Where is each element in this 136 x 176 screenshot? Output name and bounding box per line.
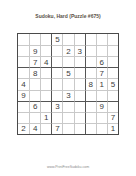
cell-r3c8: 6 <box>96 56 107 67</box>
cell-r7c9 <box>107 101 118 112</box>
cell-r9c4: 7 <box>51 123 62 134</box>
cell-r2c5: 2 <box>62 45 73 56</box>
cell-r7c6 <box>74 101 85 112</box>
cell-r6c3 <box>40 90 51 101</box>
cell-r6c2 <box>29 90 40 101</box>
cell-r4c3 <box>40 67 51 78</box>
cell-r5c3 <box>40 78 51 89</box>
cell-r5c5 <box>62 78 73 89</box>
cell-r8c7 <box>85 112 96 123</box>
cell-r7c4: 3 <box>51 101 62 112</box>
cell-r7c7 <box>85 101 96 112</box>
sudoku-board: 5923746857481593639172471 <box>17 33 119 135</box>
cell-r9c9: 1 <box>107 123 118 134</box>
cell-r8c8 <box>96 112 107 123</box>
cell-r5c8: 1 <box>96 78 107 89</box>
cell-r4c6 <box>74 67 85 78</box>
cell-r7c1 <box>18 101 29 112</box>
cell-r9c3 <box>40 123 51 134</box>
cell-r1c3 <box>40 34 51 45</box>
cell-r8c6 <box>74 112 85 123</box>
cell-r5c9: 5 <box>107 78 118 89</box>
cell-r5c7: 8 <box>85 78 96 89</box>
cell-r2c8 <box>96 45 107 56</box>
cell-r2c9 <box>107 45 118 56</box>
cell-r8c4 <box>51 112 62 123</box>
cell-r7c8: 9 <box>96 101 107 112</box>
cell-r2c1 <box>18 45 29 56</box>
cell-r6c4 <box>51 90 62 101</box>
cell-r5c1: 4 <box>18 78 29 89</box>
cell-r3c3: 4 <box>40 56 51 67</box>
cell-r2c7 <box>85 45 96 56</box>
cell-r8c9: 7 <box>107 112 118 123</box>
cell-r2c3 <box>40 45 51 56</box>
cell-r3c6 <box>74 56 85 67</box>
sudoku-page: Sudoku, Hard (Puzzle #675) 5923746857481… <box>0 0 136 176</box>
cell-r4c1 <box>18 67 29 78</box>
cell-r3c2: 7 <box>29 56 40 67</box>
cell-r1c6 <box>74 34 85 45</box>
cell-r5c4 <box>51 78 62 89</box>
cell-r8c1 <box>18 112 29 123</box>
cell-r6c6 <box>74 90 85 101</box>
cell-r4c4 <box>51 67 62 78</box>
cell-r1c2 <box>29 34 40 45</box>
cell-r2c2: 9 <box>29 45 40 56</box>
cell-r1c5 <box>62 34 73 45</box>
cell-r6c8 <box>96 90 107 101</box>
cell-r4c7 <box>85 67 96 78</box>
cell-r3c9 <box>107 56 118 67</box>
cell-r1c1 <box>18 34 29 45</box>
cell-r6c7 <box>85 90 96 101</box>
cell-r1c7 <box>85 34 96 45</box>
cell-r3c7 <box>85 56 96 67</box>
cell-r9c7 <box>85 123 96 134</box>
cell-r5c2 <box>29 78 40 89</box>
cell-r1c8 <box>96 34 107 45</box>
cell-r9c8 <box>96 123 107 134</box>
footer-url: www.PrintFreeSudoku.com <box>0 165 136 169</box>
cell-r1c9 <box>107 34 118 45</box>
cell-r6c9 <box>107 90 118 101</box>
cell-r1c4: 5 <box>51 34 62 45</box>
cell-r9c5 <box>62 123 73 134</box>
cell-r4c9 <box>107 67 118 78</box>
cell-r4c2: 8 <box>29 67 40 78</box>
cell-r9c2: 4 <box>29 123 40 134</box>
cell-r4c5: 5 <box>62 67 73 78</box>
cell-r7c2: 6 <box>29 101 40 112</box>
cell-r3c5 <box>62 56 73 67</box>
cell-r8c2 <box>29 112 40 123</box>
cell-r6c5: 3 <box>62 90 73 101</box>
cell-r2c6: 3 <box>74 45 85 56</box>
cell-r6c1: 9 <box>18 90 29 101</box>
cell-r8c5 <box>62 112 73 123</box>
cell-r8c3: 1 <box>40 112 51 123</box>
cell-r4c8: 7 <box>96 67 107 78</box>
cell-r3c4 <box>51 56 62 67</box>
cell-r3c1 <box>18 56 29 67</box>
cell-r5c6 <box>74 78 85 89</box>
page-title: Sudoku, Hard (Puzzle #675) <box>0 13 136 19</box>
cell-r9c1: 2 <box>18 123 29 134</box>
cell-r9c6 <box>74 123 85 134</box>
cell-r7c5 <box>62 101 73 112</box>
cell-r2c4 <box>51 45 62 56</box>
cell-r7c3 <box>40 101 51 112</box>
